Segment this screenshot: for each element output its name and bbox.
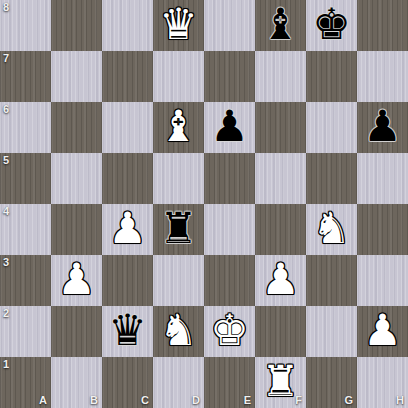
square-c6[interactable] [102, 102, 153, 153]
square-c7[interactable] [102, 51, 153, 102]
white-rook-piece[interactable]: ♜ [261, 360, 300, 403]
square-b6[interactable] [51, 102, 102, 153]
black-pawn-piece[interactable]: ♟ [363, 105, 402, 148]
square-e1[interactable]: E [204, 357, 255, 408]
white-bishop-piece[interactable]: ♝ [159, 105, 198, 148]
file-label-e: E [244, 395, 251, 406]
square-d4[interactable]: ♜ [153, 204, 204, 255]
square-f7[interactable] [255, 51, 306, 102]
square-f2[interactable] [255, 306, 306, 357]
square-d3[interactable] [153, 255, 204, 306]
square-g7[interactable] [306, 51, 357, 102]
white-pawn-piece[interactable]: ♟ [261, 258, 300, 301]
black-bishop-piece[interactable]: ♝ [261, 3, 300, 46]
square-c4[interactable]: ♟ [102, 204, 153, 255]
file-label-a: A [39, 395, 47, 406]
square-g8[interactable]: ♚ [306, 0, 357, 51]
square-c3[interactable] [102, 255, 153, 306]
square-g5[interactable] [306, 153, 357, 204]
white-king-piece[interactable]: ♚ [210, 309, 249, 352]
rank-label-5: 5 [3, 155, 9, 166]
square-e5[interactable] [204, 153, 255, 204]
square-g4[interactable]: ♞ [306, 204, 357, 255]
white-pawn-piece[interactable]: ♟ [108, 207, 147, 250]
square-g2[interactable] [306, 306, 357, 357]
black-rook-piece[interactable]: ♜ [159, 207, 198, 250]
rank-label-8: 8 [3, 2, 9, 13]
square-a5[interactable]: 5 [0, 153, 51, 204]
square-g1[interactable]: G [306, 357, 357, 408]
square-a7[interactable]: 7 [0, 51, 51, 102]
rank-label-6: 6 [3, 104, 9, 115]
square-c8[interactable] [102, 0, 153, 51]
square-e4[interactable] [204, 204, 255, 255]
square-f4[interactable] [255, 204, 306, 255]
square-a2[interactable]: 2 [0, 306, 51, 357]
square-d5[interactable] [153, 153, 204, 204]
rank-label-7: 7 [3, 53, 9, 64]
square-a1[interactable]: 1A [0, 357, 51, 408]
rank-label-2: 2 [3, 308, 9, 319]
square-h1[interactable]: H [357, 357, 408, 408]
square-d8[interactable]: ♛ [153, 0, 204, 51]
square-b4[interactable] [51, 204, 102, 255]
square-g6[interactable] [306, 102, 357, 153]
square-b8[interactable] [51, 0, 102, 51]
black-king-piece[interactable]: ♚ [312, 3, 351, 46]
square-a8[interactable]: 8 [0, 0, 51, 51]
square-b1[interactable]: B [51, 357, 102, 408]
file-label-d: D [192, 395, 200, 406]
rank-label-1: 1 [3, 359, 9, 370]
square-a6[interactable]: 6 [0, 102, 51, 153]
square-h7[interactable] [357, 51, 408, 102]
square-g3[interactable] [306, 255, 357, 306]
black-queen-piece[interactable]: ♛ [108, 309, 147, 352]
square-e7[interactable] [204, 51, 255, 102]
square-h2[interactable]: ♟ [357, 306, 408, 357]
square-e6[interactable]: ♟ [204, 102, 255, 153]
square-c1[interactable]: C [102, 357, 153, 408]
white-pawn-piece[interactable]: ♟ [363, 309, 402, 352]
file-label-h: H [396, 395, 404, 406]
square-a3[interactable]: 3 [0, 255, 51, 306]
square-f5[interactable] [255, 153, 306, 204]
square-h4[interactable] [357, 204, 408, 255]
black-pawn-piece[interactable]: ♟ [210, 105, 249, 148]
square-d2[interactable]: ♞ [153, 306, 204, 357]
square-b2[interactable] [51, 306, 102, 357]
rank-label-3: 3 [3, 257, 9, 268]
square-f8[interactable]: ♝ [255, 0, 306, 51]
white-queen-piece[interactable]: ♛ [159, 3, 198, 46]
white-pawn-piece[interactable]: ♟ [57, 258, 96, 301]
square-h3[interactable] [357, 255, 408, 306]
chess-board: 8♛♝♚76♝♟♟54♟♜♞3♟♟2♛♞♚♟1ABCDEF♜GH [0, 0, 408, 408]
square-f1[interactable]: F♜ [255, 357, 306, 408]
square-d6[interactable]: ♝ [153, 102, 204, 153]
square-e2[interactable]: ♚ [204, 306, 255, 357]
square-c2[interactable]: ♛ [102, 306, 153, 357]
square-a4[interactable]: 4 [0, 204, 51, 255]
file-label-b: B [90, 395, 98, 406]
square-b7[interactable] [51, 51, 102, 102]
square-h5[interactable] [357, 153, 408, 204]
square-f6[interactable] [255, 102, 306, 153]
file-label-c: C [141, 395, 149, 406]
square-d1[interactable]: D [153, 357, 204, 408]
square-h6[interactable]: ♟ [357, 102, 408, 153]
square-e8[interactable] [204, 0, 255, 51]
square-e3[interactable] [204, 255, 255, 306]
white-knight-piece[interactable]: ♞ [312, 207, 351, 250]
white-knight-piece[interactable]: ♞ [159, 309, 198, 352]
square-h8[interactable] [357, 0, 408, 51]
rank-label-4: 4 [3, 206, 9, 217]
square-d7[interactable] [153, 51, 204, 102]
square-b3[interactable]: ♟ [51, 255, 102, 306]
square-c5[interactable] [102, 153, 153, 204]
square-b5[interactable] [51, 153, 102, 204]
square-f3[interactable]: ♟ [255, 255, 306, 306]
file-label-g: G [344, 395, 353, 406]
